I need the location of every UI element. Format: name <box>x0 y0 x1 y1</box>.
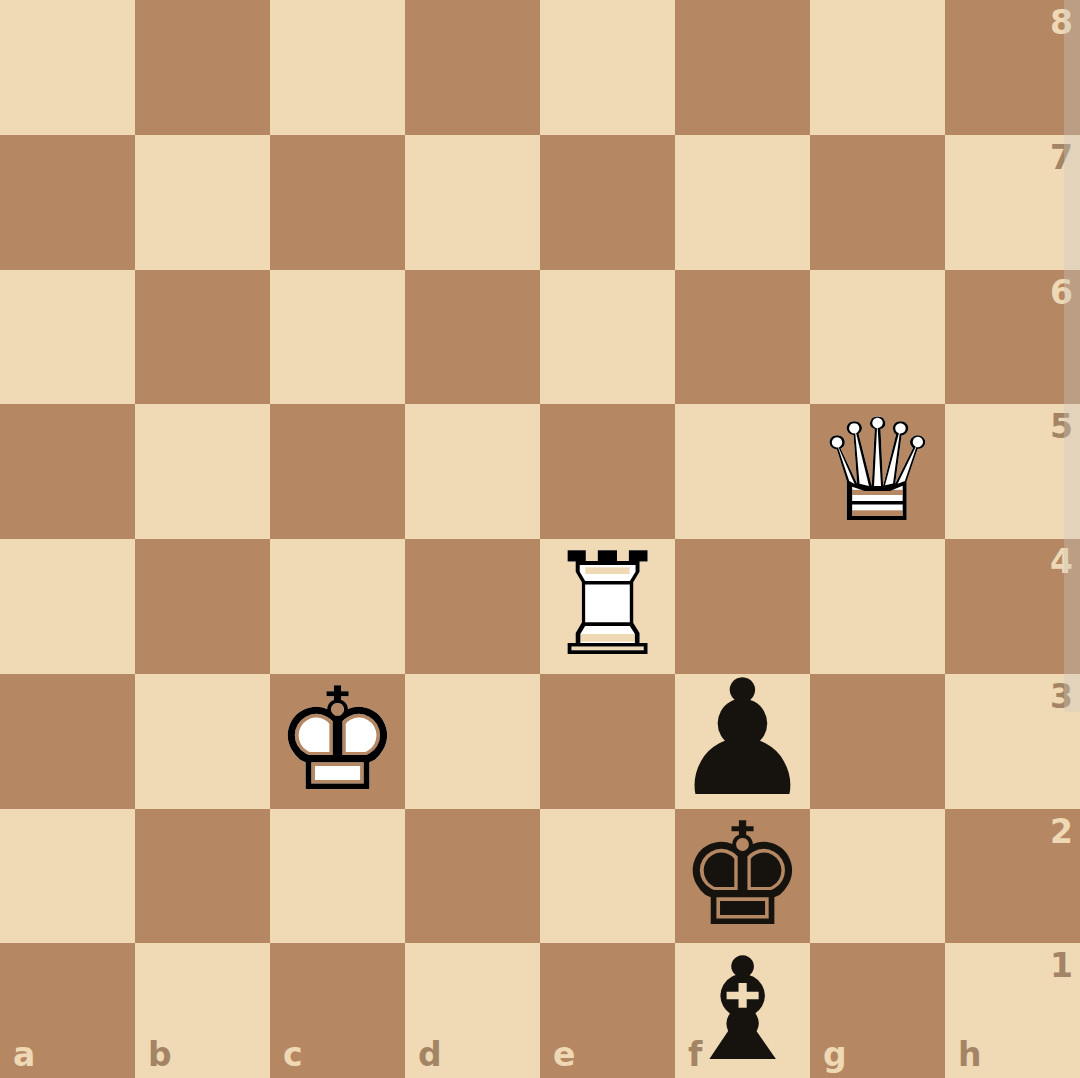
piece-glyph-outline: ♔ <box>274 669 401 811</box>
square-e8[interactable] <box>540 0 675 135</box>
square-b1[interactable]: b <box>135 943 270 1078</box>
square-b8[interactable] <box>135 0 270 135</box>
file-label-d: d <box>418 1038 442 1071</box>
white-rook[interactable]: ♜♖ <box>540 539 675 674</box>
square-a8[interactable] <box>0 0 135 135</box>
square-h1[interactable]: 1h <box>945 943 1080 1078</box>
square-d7[interactable] <box>405 135 540 270</box>
square-f8[interactable] <box>675 0 810 135</box>
square-b2[interactable] <box>135 809 270 944</box>
chess-board: 876♛♕5♜♖4♚♔♟3♚2abcdef♝g1h <box>0 0 1080 1078</box>
square-d1[interactable]: d <box>405 943 540 1078</box>
square-e3[interactable] <box>540 674 675 809</box>
square-f6[interactable] <box>675 270 810 405</box>
square-b6[interactable] <box>135 270 270 405</box>
square-h8[interactable]: 8 <box>945 0 1080 135</box>
square-d6[interactable] <box>405 270 540 405</box>
square-e2[interactable] <box>540 809 675 944</box>
file-label-b: b <box>148 1038 172 1071</box>
square-f5[interactable] <box>675 404 810 539</box>
square-a3[interactable] <box>0 674 135 809</box>
square-g2[interactable] <box>810 809 945 944</box>
square-c2[interactable] <box>270 809 405 944</box>
square-a6[interactable] <box>0 270 135 405</box>
square-g6[interactable] <box>810 270 945 405</box>
square-b4[interactable] <box>135 539 270 674</box>
square-e6[interactable] <box>540 270 675 405</box>
piece-glyph: ♚ <box>679 803 806 945</box>
white-king[interactable]: ♚♔ <box>270 674 405 809</box>
square-h5[interactable]: 5 <box>945 404 1080 539</box>
square-e4[interactable]: ♜♖ <box>540 539 675 674</box>
square-e5[interactable] <box>540 404 675 539</box>
square-g5[interactable]: ♛♕ <box>810 404 945 539</box>
square-h4[interactable]: 4 <box>945 539 1080 674</box>
square-g1[interactable]: g <box>810 943 945 1078</box>
square-d5[interactable] <box>405 404 540 539</box>
square-c5[interactable] <box>270 404 405 539</box>
rank-label-1: 1 <box>1050 949 1073 982</box>
square-d4[interactable] <box>405 539 540 674</box>
square-c3[interactable]: ♚♔ <box>270 674 405 809</box>
square-c1[interactable]: c <box>270 943 405 1078</box>
square-f3[interactable]: ♟ <box>675 674 810 809</box>
square-c8[interactable] <box>270 0 405 135</box>
black-bishop[interactable]: ♝ <box>675 943 810 1078</box>
piece-glyph: ♝ <box>679 938 806 1078</box>
square-b5[interactable] <box>135 404 270 539</box>
square-d8[interactable] <box>405 0 540 135</box>
square-f2[interactable]: ♚ <box>675 809 810 944</box>
square-h6[interactable]: 6 <box>945 270 1080 405</box>
square-c7[interactable] <box>270 135 405 270</box>
black-pawn[interactable]: ♟ <box>675 674 810 809</box>
square-a5[interactable] <box>0 404 135 539</box>
square-d2[interactable] <box>405 809 540 944</box>
square-b7[interactable] <box>135 135 270 270</box>
piece-glyph-outline: ♖ <box>544 534 671 676</box>
file-label-g: g <box>823 1038 847 1071</box>
square-h3[interactable]: 3 <box>945 674 1080 809</box>
square-d3[interactable] <box>405 674 540 809</box>
scrollbar-thumb[interactable] <box>1064 0 1080 712</box>
square-a1[interactable]: a <box>0 943 135 1078</box>
white-queen[interactable]: ♛♕ <box>810 404 945 539</box>
square-a4[interactable] <box>0 539 135 674</box>
square-g4[interactable] <box>810 539 945 674</box>
square-c6[interactable] <box>270 270 405 405</box>
square-h7[interactable]: 7 <box>945 135 1080 270</box>
square-f1[interactable]: f♝ <box>675 943 810 1078</box>
square-h2[interactable]: 2 <box>945 809 1080 944</box>
square-g8[interactable] <box>810 0 945 135</box>
square-g7[interactable] <box>810 135 945 270</box>
square-e7[interactable] <box>540 135 675 270</box>
square-c4[interactable] <box>270 539 405 674</box>
square-b3[interactable] <box>135 674 270 809</box>
square-f7[interactable] <box>675 135 810 270</box>
square-g3[interactable] <box>810 674 945 809</box>
piece-glyph-outline: ♕ <box>814 399 941 541</box>
file-label-h: h <box>958 1038 982 1071</box>
square-a7[interactable] <box>0 135 135 270</box>
black-king[interactable]: ♚ <box>675 809 810 944</box>
square-e1[interactable]: e <box>540 943 675 1078</box>
file-label-c: c <box>283 1038 303 1071</box>
rank-label-2: 2 <box>1050 815 1073 848</box>
file-label-a: a <box>13 1038 35 1071</box>
square-a2[interactable] <box>0 809 135 944</box>
file-label-e: e <box>553 1038 575 1071</box>
